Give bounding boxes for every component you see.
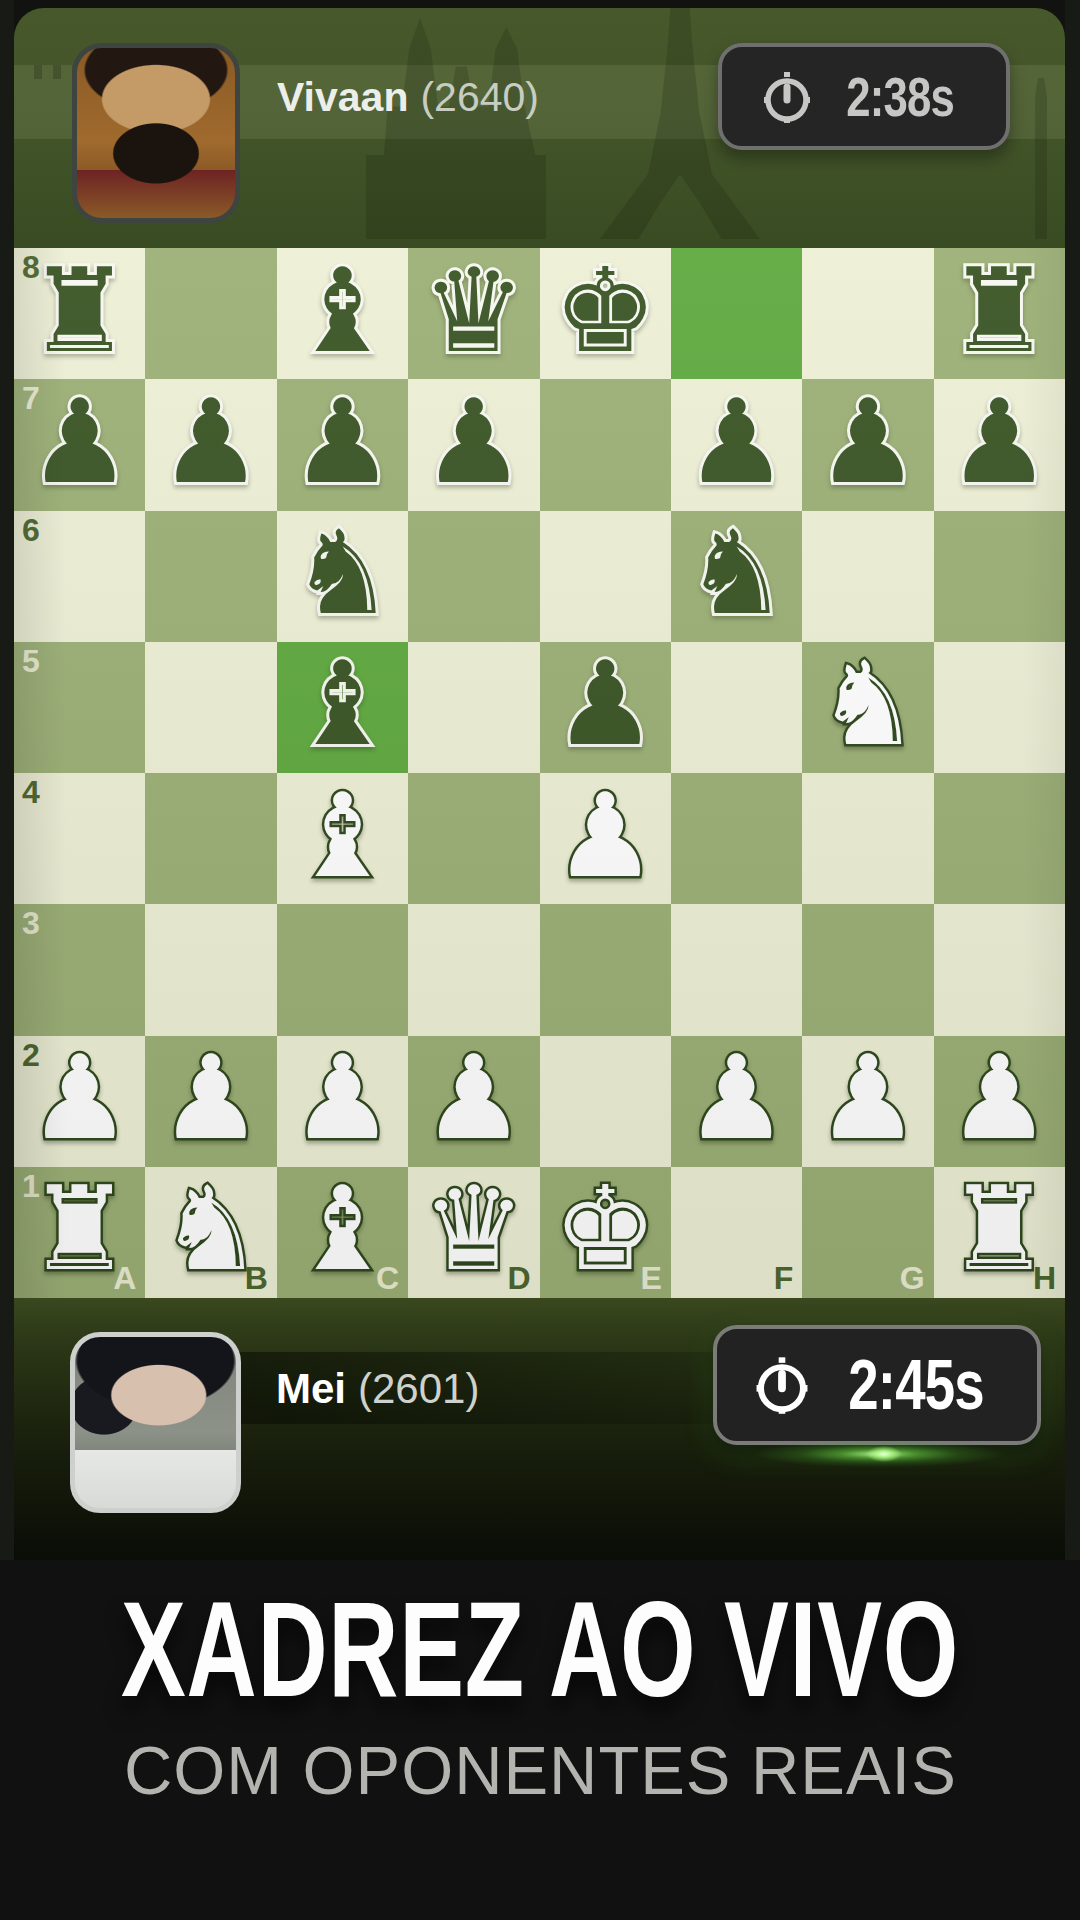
square-d2[interactable]: ♟ xyxy=(408,1036,539,1167)
square-b7[interactable]: ♟ xyxy=(145,379,276,510)
square-f8[interactable] xyxy=(671,248,802,379)
headline-title: XADREZ AO VIVO xyxy=(121,1580,959,1720)
piece-white-pawn[interactable]: ♟ xyxy=(540,770,671,901)
bottom-player-avatar[interactable] xyxy=(70,1332,241,1513)
piece-white-rook[interactable]: ♜ xyxy=(14,1164,145,1295)
square-c7[interactable]: ♟ xyxy=(277,379,408,510)
square-g7[interactable]: ♟ xyxy=(802,379,933,510)
square-e8[interactable]: ♚ xyxy=(540,248,671,379)
square-c2[interactable]: ♟ xyxy=(277,1036,408,1167)
square-f6[interactable]: ♞ xyxy=(671,511,802,642)
piece-black-king[interactable]: ♚ xyxy=(540,245,671,376)
square-e7[interactable] xyxy=(540,379,671,510)
clock-icon xyxy=(751,1354,813,1416)
square-f2[interactable]: ♟ xyxy=(671,1036,802,1167)
square-b3[interactable] xyxy=(145,904,276,1035)
rank-label-3: 3 xyxy=(22,907,40,939)
top-player-name-row: Vivaan (2640) xyxy=(277,74,539,121)
square-e4[interactable]: ♟ xyxy=(540,773,671,904)
square-e6[interactable] xyxy=(540,511,671,642)
square-h8[interactable]: ♜ xyxy=(934,248,1065,379)
square-g4[interactable] xyxy=(802,773,933,904)
file-label-F: F xyxy=(774,1262,794,1294)
bottom-player-clock: 2:45s xyxy=(713,1325,1041,1445)
piece-black-pawn[interactable]: ♟ xyxy=(277,376,408,507)
square-c1[interactable]: C♝ xyxy=(277,1167,408,1298)
piece-white-king[interactable]: ♚ xyxy=(540,1164,671,1295)
square-c5[interactable]: ♝ xyxy=(277,642,408,773)
square-h2[interactable]: ♟ xyxy=(934,1036,1065,1167)
square-g1[interactable]: G xyxy=(802,1167,933,1298)
square-e3[interactable] xyxy=(540,904,671,1035)
rank-label-5: 5 xyxy=(22,645,40,677)
piece-white-pawn[interactable]: ♟ xyxy=(145,1033,276,1164)
header-art-temple-silhouette xyxy=(366,18,546,239)
bottom-player-name: Mei xyxy=(276,1365,346,1413)
square-f7[interactable]: ♟ xyxy=(671,379,802,510)
piece-white-pawn[interactable]: ♟ xyxy=(14,1033,145,1164)
square-d3[interactable] xyxy=(408,904,539,1035)
square-a1[interactable]: 1A♜ xyxy=(14,1167,145,1298)
square-d4[interactable] xyxy=(408,773,539,904)
square-g8[interactable] xyxy=(802,248,933,379)
headline-section: XADREZ AO VIVO COM OPONENTES REAIS xyxy=(0,1560,1080,1920)
phone-bezel-right xyxy=(1065,0,1080,1560)
square-c3[interactable] xyxy=(277,904,408,1035)
square-d8[interactable]: ♛ xyxy=(408,248,539,379)
square-b4[interactable] xyxy=(145,773,276,904)
rank-label-6: 6 xyxy=(22,514,40,546)
square-c4[interactable]: ♝ xyxy=(277,773,408,904)
square-f3[interactable] xyxy=(671,904,802,1035)
piece-black-pawn[interactable]: ♟ xyxy=(14,376,145,507)
piece-black-pawn[interactable]: ♟ xyxy=(934,376,1065,507)
headline-subtitle: COM OPONENTES REAIS xyxy=(124,1734,957,1808)
piece-white-queen[interactable]: ♛ xyxy=(408,1164,539,1295)
square-b5[interactable] xyxy=(145,642,276,773)
square-a3[interactable]: 3 xyxy=(14,904,145,1035)
square-a6[interactable]: 6 xyxy=(14,511,145,642)
square-a7[interactable]: 7♟ xyxy=(14,379,145,510)
square-f4[interactable] xyxy=(671,773,802,904)
square-h3[interactable] xyxy=(934,904,1065,1035)
square-b8[interactable] xyxy=(145,248,276,379)
square-h6[interactable] xyxy=(934,511,1065,642)
square-a8[interactable]: 8♜ xyxy=(14,248,145,379)
piece-black-pawn[interactable]: ♟ xyxy=(802,376,933,507)
top-player-rating: (2640) xyxy=(420,74,539,121)
chess-board[interactable]: 8♜♝♛♚♜7♟♟♟♟♟♟♟6♞♞5♝♟♞4♝♟32♟♟♟♟♟♟♟1A♜B♞C♝… xyxy=(14,248,1065,1298)
square-c6[interactable]: ♞ xyxy=(277,511,408,642)
piece-black-rook[interactable]: ♜ xyxy=(14,245,145,376)
top-player-name: Vivaan xyxy=(277,74,408,121)
square-c8[interactable]: ♝ xyxy=(277,248,408,379)
square-b1[interactable]: B♞ xyxy=(145,1167,276,1298)
piece-white-pawn[interactable]: ♟ xyxy=(802,1033,933,1164)
piece-black-pawn[interactable]: ♟ xyxy=(671,376,802,507)
square-d6[interactable] xyxy=(408,511,539,642)
piece-white-knight[interactable]: ♞ xyxy=(802,639,933,770)
top-player-avatar[interactable] xyxy=(72,43,240,223)
top-player-time: 2:38s xyxy=(846,64,954,129)
piece-white-bishop[interactable]: ♝ xyxy=(277,770,408,901)
piece-black-pawn[interactable]: ♟ xyxy=(540,639,671,770)
square-h7[interactable]: ♟ xyxy=(934,379,1065,510)
square-b6[interactable] xyxy=(145,511,276,642)
square-g6[interactable] xyxy=(802,511,933,642)
square-a4[interactable]: 4 xyxy=(14,773,145,904)
square-f5[interactable] xyxy=(671,642,802,773)
square-b2[interactable]: ♟ xyxy=(145,1036,276,1167)
bottom-player-name-row: Mei (2601) xyxy=(276,1365,479,1413)
square-e2[interactable] xyxy=(540,1036,671,1167)
square-h4[interactable] xyxy=(934,773,1065,904)
square-e1[interactable]: E♚ xyxy=(540,1167,671,1298)
piece-white-pawn[interactable]: ♟ xyxy=(277,1033,408,1164)
square-e5[interactable]: ♟ xyxy=(540,642,671,773)
square-h1[interactable]: H♜ xyxy=(934,1167,1065,1298)
square-d1[interactable]: D♛ xyxy=(408,1167,539,1298)
phone-bezel-left xyxy=(0,0,14,1560)
piece-black-queen[interactable]: ♛ xyxy=(408,245,539,376)
piece-black-rook[interactable]: ♜ xyxy=(934,245,1065,376)
piece-white-pawn[interactable]: ♟ xyxy=(671,1033,802,1164)
piece-white-pawn[interactable]: ♟ xyxy=(408,1033,539,1164)
square-g2[interactable]: ♟ xyxy=(802,1036,933,1167)
piece-white-bishop[interactable]: ♝ xyxy=(277,1164,408,1295)
square-d5[interactable] xyxy=(408,642,539,773)
square-a2[interactable]: 2♟ xyxy=(14,1036,145,1167)
square-f1[interactable]: F xyxy=(671,1167,802,1298)
piece-black-pawn[interactable]: ♟ xyxy=(145,376,276,507)
square-a5[interactable]: 5 xyxy=(14,642,145,773)
square-d7[interactable]: ♟ xyxy=(408,379,539,510)
piece-white-rook[interactable]: ♜ xyxy=(934,1164,1065,1295)
bottom-player-time: 2:45s xyxy=(848,1345,984,1425)
piece-black-bishop[interactable]: ♝ xyxy=(277,245,408,376)
piece-black-knight[interactable]: ♞ xyxy=(277,508,408,639)
piece-white-knight[interactable]: ♞ xyxy=(145,1164,276,1295)
square-g5[interactable]: ♞ xyxy=(802,642,933,773)
app-screen: Vivaan (2640) 2:38s 8♜♝♛♚♜7♟♟♟♟♟♟♟6♞♞5♝♟… xyxy=(14,8,1065,1560)
piece-black-knight[interactable]: ♞ xyxy=(671,508,802,639)
piece-white-pawn[interactable]: ♟ xyxy=(934,1033,1065,1164)
piece-black-pawn[interactable]: ♟ xyxy=(408,376,539,507)
bottom-player-rating: (2601) xyxy=(358,1365,479,1413)
square-h5[interactable] xyxy=(934,642,1065,773)
file-label-G: G xyxy=(900,1262,925,1294)
clock-icon xyxy=(759,69,815,125)
piece-black-bishop[interactable]: ♝ xyxy=(277,639,408,770)
square-g3[interactable] xyxy=(802,904,933,1035)
top-player-clock: 2:38s xyxy=(718,43,1010,150)
rank-label-4: 4 xyxy=(22,776,40,808)
